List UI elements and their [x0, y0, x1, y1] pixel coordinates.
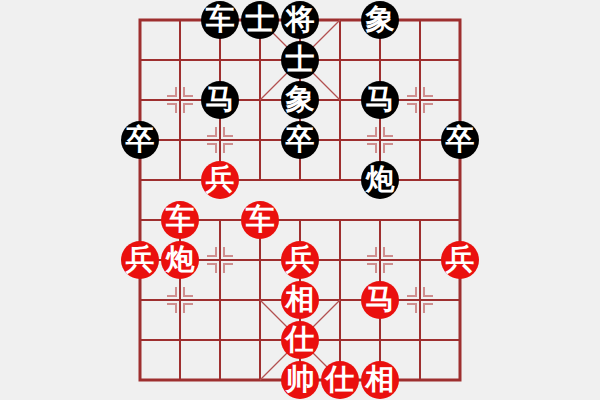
board-grid[interactable]: 车士将象士马象马卒卒卒炮兵车车兵炮兵兵相马仕帅仕相	[120, 0, 480, 400]
piece-glyph: 相	[366, 365, 395, 394]
piece-red-general[interactable]: 帅	[281, 361, 319, 399]
piece-red-horse[interactable]: 马	[361, 281, 399, 319]
piece-red-cannon[interactable]: 炮	[161, 241, 199, 279]
piece-red-advisor-2[interactable]: 仕	[321, 361, 359, 399]
piece-glyph: 帅	[286, 365, 315, 394]
piece-black-advisor-1[interactable]: 士	[241, 1, 279, 39]
piece-red-chariot-1[interactable]: 车	[161, 201, 199, 239]
piece-black-pawn-2[interactable]: 卒	[281, 121, 319, 159]
piece-red-elephant-2[interactable]: 相	[361, 361, 399, 399]
piece-black-horse-1[interactable]: 马	[201, 81, 239, 119]
piece-glyph: 士	[286, 45, 315, 74]
xiangqi-board: 车士将象士马象马卒卒卒炮兵车车兵炮兵兵相马仕帅仕相	[0, 0, 600, 400]
piece-glyph: 仕	[326, 365, 355, 394]
piece-glyph: 车	[166, 205, 195, 234]
piece-red-pawn-1[interactable]: 兵	[201, 161, 239, 199]
piece-black-chariot[interactable]: 车	[201, 1, 239, 39]
piece-glyph: 兵	[286, 245, 315, 274]
piece-glyph: 车	[206, 5, 235, 34]
piece-glyph: 车	[246, 205, 275, 234]
piece-glyph: 马	[366, 85, 395, 114]
piece-black-advisor-2[interactable]: 士	[281, 41, 319, 79]
piece-glyph: 卒	[446, 125, 475, 154]
piece-black-elephant-2[interactable]: 象	[281, 81, 319, 119]
piece-red-elephant-1[interactable]: 相	[281, 281, 319, 319]
piece-glyph: 炮	[166, 245, 195, 274]
piece-red-pawn-3[interactable]: 兵	[281, 241, 319, 279]
piece-glyph: 象	[366, 5, 395, 34]
piece-glyph: 卒	[286, 125, 315, 154]
piece-black-general[interactable]: 将	[281, 1, 319, 39]
piece-red-chariot-2[interactable]: 车	[241, 201, 279, 239]
piece-glyph: 马	[206, 85, 235, 114]
piece-glyph: 兵	[206, 165, 235, 194]
piece-red-advisor-1[interactable]: 仕	[281, 321, 319, 359]
piece-black-pawn-1[interactable]: 卒	[121, 121, 159, 159]
piece-glyph: 象	[286, 85, 315, 114]
piece-red-pawn-2[interactable]: 兵	[121, 241, 159, 279]
piece-red-pawn-4[interactable]: 兵	[441, 241, 479, 279]
piece-black-elephant-1[interactable]: 象	[361, 1, 399, 39]
piece-glyph: 卒	[126, 125, 155, 154]
piece-glyph: 将	[286, 5, 315, 34]
piece-glyph: 士	[246, 5, 275, 34]
piece-glyph: 马	[366, 285, 395, 314]
piece-glyph: 仕	[286, 325, 315, 354]
piece-black-horse-2[interactable]: 马	[361, 81, 399, 119]
piece-black-pawn-3[interactable]: 卒	[441, 121, 479, 159]
piece-glyph: 相	[286, 285, 315, 314]
piece-black-cannon[interactable]: 炮	[361, 161, 399, 199]
piece-glyph: 兵	[446, 245, 475, 274]
piece-glyph: 炮	[366, 165, 395, 194]
piece-glyph: 兵	[126, 245, 155, 274]
